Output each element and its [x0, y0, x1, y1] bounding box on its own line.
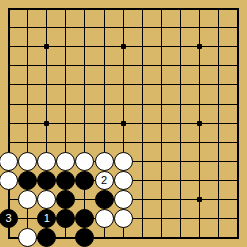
grid-line-vertical [218, 9, 219, 238]
white-stone [114, 152, 133, 171]
star-point [197, 44, 202, 49]
white-stone [18, 152, 37, 171]
grid-line-vertical [142, 9, 143, 238]
white-stone [114, 209, 133, 228]
white-stone [18, 190, 37, 209]
grid-line-vertical [180, 9, 181, 238]
black-stone [37, 228, 56, 247]
black-stone [95, 190, 114, 209]
grid-line-vertical [161, 9, 162, 238]
white-stone [0, 152, 18, 171]
star-point [44, 44, 49, 49]
white-stone [0, 171, 18, 190]
white-stone [37, 152, 56, 171]
white-stone-move-2: 2 [95, 171, 114, 190]
black-stone [37, 171, 56, 190]
white-stone [18, 228, 37, 247]
white-stone [95, 209, 114, 228]
star-point [197, 197, 202, 202]
black-stone [75, 228, 94, 247]
star-point [121, 121, 126, 126]
white-stone [56, 152, 75, 171]
white-stone [114, 171, 133, 190]
grid-line-horizontal [9, 142, 238, 143]
go-board: 231 [0, 0, 247, 247]
star-point [44, 121, 49, 126]
white-stone [95, 152, 114, 171]
white-stone [114, 190, 133, 209]
black-stone [18, 171, 37, 190]
star-point [121, 44, 126, 49]
star-point [197, 121, 202, 126]
